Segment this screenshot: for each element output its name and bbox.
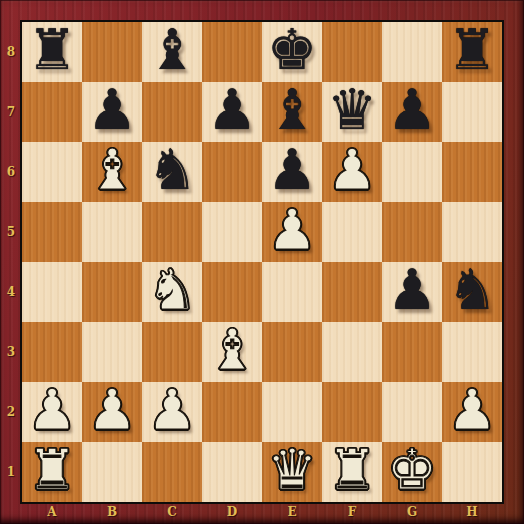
square-e3[interactable] — [262, 322, 322, 382]
square-c4[interactable]: ♞ — [142, 262, 202, 322]
square-f8[interactable] — [322, 22, 382, 82]
square-d3[interactable]: ♝ — [202, 322, 262, 382]
rank-label-5: 5 — [0, 202, 22, 262]
square-g2[interactable] — [382, 382, 442, 442]
piece-white-pawn[interactable]: ♟ — [27, 380, 77, 440]
square-d8[interactable] — [202, 22, 262, 82]
square-g8[interactable] — [382, 22, 442, 82]
piece-black-bishop[interactable]: ♝ — [267, 80, 317, 140]
square-d5[interactable] — [202, 202, 262, 262]
square-c3[interactable] — [142, 322, 202, 382]
square-c8[interactable]: ♝ — [142, 22, 202, 82]
chess-diagram: ♜♝♚♜♟♟♝♛♟♝♞♟♟♟♞♟♞♝♟♟♟♟♜♛♜♚ 87654321ABCDE… — [0, 0, 524, 524]
chess-board: ♜♝♚♜♟♟♝♛♟♝♞♟♟♟♞♟♞♝♟♟♟♟♜♛♜♚ — [22, 22, 502, 502]
square-e8[interactable]: ♚ — [262, 22, 322, 82]
piece-black-pawn[interactable]: ♟ — [387, 260, 437, 320]
square-h1[interactable] — [442, 442, 502, 502]
square-e1[interactable]: ♛ — [262, 442, 322, 502]
square-b5[interactable] — [82, 202, 142, 262]
square-h2[interactable]: ♟ — [442, 382, 502, 442]
piece-white-pawn[interactable]: ♟ — [87, 380, 137, 440]
square-d7[interactable]: ♟ — [202, 82, 262, 142]
piece-black-knight[interactable]: ♞ — [147, 140, 197, 200]
piece-white-knight[interactable]: ♞ — [147, 260, 197, 320]
square-e5[interactable]: ♟ — [262, 202, 322, 262]
piece-black-king[interactable]: ♚ — [267, 20, 317, 80]
square-a4[interactable] — [22, 262, 82, 322]
piece-white-pawn[interactable]: ♟ — [147, 380, 197, 440]
square-e4[interactable] — [262, 262, 322, 322]
piece-white-pawn[interactable]: ♟ — [327, 140, 377, 200]
file-label-e: E — [262, 503, 322, 524]
square-b3[interactable] — [82, 322, 142, 382]
square-h7[interactable] — [442, 82, 502, 142]
rank-label-3: 3 — [0, 322, 22, 382]
square-e6[interactable]: ♟ — [262, 142, 322, 202]
rank-label-8: 8 — [0, 22, 22, 82]
piece-black-pawn[interactable]: ♟ — [267, 140, 317, 200]
file-label-d: D — [202, 503, 262, 524]
square-e2[interactable] — [262, 382, 322, 442]
square-b2[interactable]: ♟ — [82, 382, 142, 442]
piece-black-bishop[interactable]: ♝ — [147, 20, 197, 80]
square-a3[interactable] — [22, 322, 82, 382]
piece-black-rook[interactable]: ♜ — [447, 20, 497, 80]
square-d2[interactable] — [202, 382, 262, 442]
square-c2[interactable]: ♟ — [142, 382, 202, 442]
square-c5[interactable] — [142, 202, 202, 262]
square-g4[interactable]: ♟ — [382, 262, 442, 322]
square-h8[interactable]: ♜ — [442, 22, 502, 82]
square-a2[interactable]: ♟ — [22, 382, 82, 442]
piece-white-king[interactable]: ♚ — [387, 440, 437, 500]
piece-white-rook[interactable]: ♜ — [27, 440, 77, 500]
piece-white-pawn[interactable]: ♟ — [447, 380, 497, 440]
square-f6[interactable]: ♟ — [322, 142, 382, 202]
piece-white-bishop[interactable]: ♝ — [207, 320, 257, 380]
square-h4[interactable]: ♞ — [442, 262, 502, 322]
square-e7[interactable]: ♝ — [262, 82, 322, 142]
square-f7[interactable]: ♛ — [322, 82, 382, 142]
square-f4[interactable] — [322, 262, 382, 322]
square-c7[interactable] — [142, 82, 202, 142]
rank-label-2: 2 — [0, 382, 22, 442]
square-a5[interactable] — [22, 202, 82, 262]
square-b7[interactable]: ♟ — [82, 82, 142, 142]
square-g5[interactable] — [382, 202, 442, 262]
square-f2[interactable] — [322, 382, 382, 442]
file-label-h: H — [442, 503, 502, 524]
square-f5[interactable] — [322, 202, 382, 262]
square-a8[interactable]: ♜ — [22, 22, 82, 82]
piece-black-pawn[interactable]: ♟ — [207, 80, 257, 140]
square-a6[interactable] — [22, 142, 82, 202]
square-f3[interactable] — [322, 322, 382, 382]
piece-black-pawn[interactable]: ♟ — [387, 80, 437, 140]
square-d4[interactable] — [202, 262, 262, 322]
square-h5[interactable] — [442, 202, 502, 262]
square-c1[interactable] — [142, 442, 202, 502]
piece-white-bishop[interactable]: ♝ — [87, 140, 137, 200]
square-b1[interactable] — [82, 442, 142, 502]
file-label-c: C — [142, 503, 202, 524]
square-h3[interactable] — [442, 322, 502, 382]
rank-label-1: 1 — [0, 442, 22, 502]
piece-black-rook[interactable]: ♜ — [27, 20, 77, 80]
piece-black-queen[interactable]: ♛ — [327, 80, 377, 140]
piece-white-rook[interactable]: ♜ — [327, 440, 377, 500]
file-label-b: B — [82, 503, 142, 524]
square-b4[interactable] — [82, 262, 142, 322]
square-g1[interactable]: ♚ — [382, 442, 442, 502]
square-a7[interactable] — [22, 82, 82, 142]
square-a1[interactable]: ♜ — [22, 442, 82, 502]
square-f1[interactable]: ♜ — [322, 442, 382, 502]
square-g6[interactable] — [382, 142, 442, 202]
rank-label-6: 6 — [0, 142, 22, 202]
piece-white-queen[interactable]: ♛ — [267, 440, 317, 500]
square-c6[interactable]: ♞ — [142, 142, 202, 202]
piece-black-pawn[interactable]: ♟ — [87, 80, 137, 140]
rank-label-7: 7 — [0, 82, 22, 142]
file-label-f: F — [322, 503, 382, 524]
square-d6[interactable] — [202, 142, 262, 202]
piece-white-pawn[interactable]: ♟ — [267, 200, 317, 260]
file-label-a: A — [22, 503, 82, 524]
rank-label-4: 4 — [0, 262, 22, 322]
square-g3[interactable] — [382, 322, 442, 382]
piece-black-knight[interactable]: ♞ — [447, 260, 497, 320]
square-b8[interactable] — [82, 22, 142, 82]
file-label-g: G — [382, 503, 442, 524]
square-b6[interactable]: ♝ — [82, 142, 142, 202]
square-g7[interactable]: ♟ — [382, 82, 442, 142]
square-h6[interactable] — [442, 142, 502, 202]
square-d1[interactable] — [202, 442, 262, 502]
